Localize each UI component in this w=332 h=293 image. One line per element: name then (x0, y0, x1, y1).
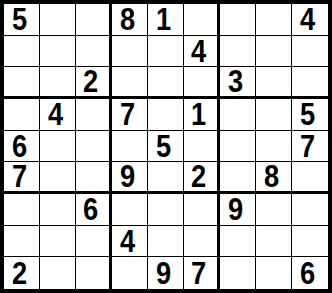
cell-r6c8[interactable]: 8 (256, 162, 292, 194)
cell-r3c5[interactable] (148, 67, 184, 99)
cell-r1c1[interactable]: 5 (4, 4, 40, 36)
cell-r6c4[interactable]: 9 (112, 162, 148, 194)
cell-digit: 4 (48, 99, 63, 130)
cell-r8c2[interactable] (40, 226, 76, 258)
cell-r5c7[interactable] (220, 131, 256, 163)
cell-digit: 9 (156, 258, 171, 289)
cell-r8c1[interactable] (4, 226, 40, 258)
cell-r2c7[interactable] (220, 36, 256, 68)
cell-digit: 9 (228, 194, 243, 225)
cell-r7c4[interactable] (112, 194, 148, 226)
cell-r5c4[interactable] (112, 131, 148, 163)
cell-r6c6[interactable]: 2 (184, 162, 220, 194)
cell-r4c5[interactable] (148, 99, 184, 131)
cell-digit: 9 (120, 162, 135, 192)
cell-r3c4[interactable] (112, 67, 148, 99)
cell-r3c1[interactable] (4, 67, 40, 99)
cell-r4c3[interactable] (76, 99, 112, 131)
cell-r1c7[interactable] (220, 4, 256, 36)
cell-digit: 3 (228, 67, 243, 97)
cell-r5c1[interactable]: 6 (4, 131, 40, 163)
cell-r8c9[interactable] (292, 226, 328, 258)
cell-r4c4[interactable]: 7 (112, 99, 148, 131)
cell-r3c8[interactable] (256, 67, 292, 99)
cell-r8c3[interactable] (76, 226, 112, 258)
cell-digit: 7 (300, 131, 315, 162)
cell-r7c3[interactable]: 6 (76, 194, 112, 226)
cell-r2c9[interactable] (292, 36, 328, 68)
cell-r1c6[interactable] (184, 4, 220, 36)
cell-r1c9[interactable]: 4 (292, 4, 328, 36)
cell-r3c3[interactable]: 2 (76, 67, 112, 99)
cell-r4c2[interactable]: 4 (40, 99, 76, 131)
cell-digit: 7 (120, 99, 135, 130)
cell-r4c8[interactable] (256, 99, 292, 131)
cell-r3c2[interactable] (40, 67, 76, 99)
cell-digit: 7 (12, 162, 27, 192)
cell-r6c9[interactable] (292, 162, 328, 194)
cell-r8c6[interactable] (184, 226, 220, 258)
cell-r9c4[interactable] (112, 257, 148, 289)
cell-r5c6[interactable] (184, 131, 220, 163)
cell-digit: 4 (300, 4, 315, 35)
cell-digit: 5 (156, 131, 171, 162)
cell-digit: 4 (120, 226, 135, 257)
cell-r8c8[interactable] (256, 226, 292, 258)
cell-digit: 2 (12, 258, 27, 289)
cell-r7c8[interactable] (256, 194, 292, 226)
cell-digit: 8 (120, 4, 135, 35)
cell-digit: 5 (12, 4, 27, 35)
cell-r9c3[interactable] (76, 257, 112, 289)
cell-r4c9[interactable]: 5 (292, 99, 328, 131)
cell-r7c7[interactable]: 9 (220, 194, 256, 226)
cell-r9c7[interactable] (220, 257, 256, 289)
cell-r7c2[interactable] (40, 194, 76, 226)
cell-r4c6[interactable]: 1 (184, 99, 220, 131)
cell-r8c4[interactable]: 4 (112, 226, 148, 258)
cell-r2c8[interactable] (256, 36, 292, 68)
cell-r3c7[interactable]: 3 (220, 67, 256, 99)
cell-r2c4[interactable] (112, 36, 148, 68)
cell-r5c2[interactable] (40, 131, 76, 163)
cell-r6c3[interactable] (76, 162, 112, 194)
cell-r5c8[interactable] (256, 131, 292, 163)
cell-digit: 7 (191, 258, 206, 289)
cell-r1c8[interactable] (256, 4, 292, 36)
cell-digit: 2 (83, 67, 98, 97)
sudoku-board: 5814423471565779286942976 (0, 0, 332, 293)
cell-r5c9[interactable]: 7 (292, 131, 328, 163)
cell-r2c5[interactable] (148, 36, 184, 68)
cell-r4c1[interactable] (4, 99, 40, 131)
cell-r1c3[interactable] (76, 4, 112, 36)
cell-r6c1[interactable]: 7 (4, 162, 40, 194)
cell-r2c1[interactable] (4, 36, 40, 68)
cell-r9c5[interactable]: 9 (148, 257, 184, 289)
cell-r2c6[interactable]: 4 (184, 36, 220, 68)
cell-digit: 5 (300, 99, 315, 130)
cell-r2c2[interactable] (40, 36, 76, 68)
cell-digit: 1 (156, 4, 171, 35)
cell-r1c2[interactable] (40, 4, 76, 36)
cell-digit: 6 (12, 131, 27, 162)
cell-r8c7[interactable] (220, 226, 256, 258)
cell-digit: 4 (191, 36, 206, 67)
cell-r5c5[interactable]: 5 (148, 131, 184, 163)
cell-r7c5[interactable] (148, 194, 184, 226)
cell-r5c3[interactable] (76, 131, 112, 163)
cell-r1c5[interactable]: 1 (148, 4, 184, 36)
cell-digit: 2 (191, 162, 206, 192)
cell-r9c8[interactable] (256, 257, 292, 289)
cell-r3c9[interactable] (292, 67, 328, 99)
cell-r4c7[interactable] (220, 99, 256, 131)
cell-r8c5[interactable] (148, 226, 184, 258)
cell-r9c2[interactable] (40, 257, 76, 289)
cell-r6c2[interactable] (40, 162, 76, 194)
cell-digit: 8 (264, 162, 279, 192)
cell-r6c5[interactable] (148, 162, 184, 194)
cell-r7c1[interactable] (4, 194, 40, 226)
cell-digit: 6 (83, 194, 98, 225)
cell-digit: 1 (191, 99, 206, 130)
cell-r2c3[interactable] (76, 36, 112, 68)
cell-r7c9[interactable] (292, 194, 328, 226)
cell-digit: 6 (300, 258, 315, 289)
cell-r1c4[interactable]: 8 (112, 4, 148, 36)
cell-r9c1[interactable]: 2 (4, 257, 40, 289)
cell-r9c9[interactable]: 6 (292, 257, 328, 289)
cell-r9c6[interactable]: 7 (184, 257, 220, 289)
cell-r7c6[interactable] (184, 194, 220, 226)
cell-r3c6[interactable] (184, 67, 220, 99)
cell-r6c7[interactable] (220, 162, 256, 194)
